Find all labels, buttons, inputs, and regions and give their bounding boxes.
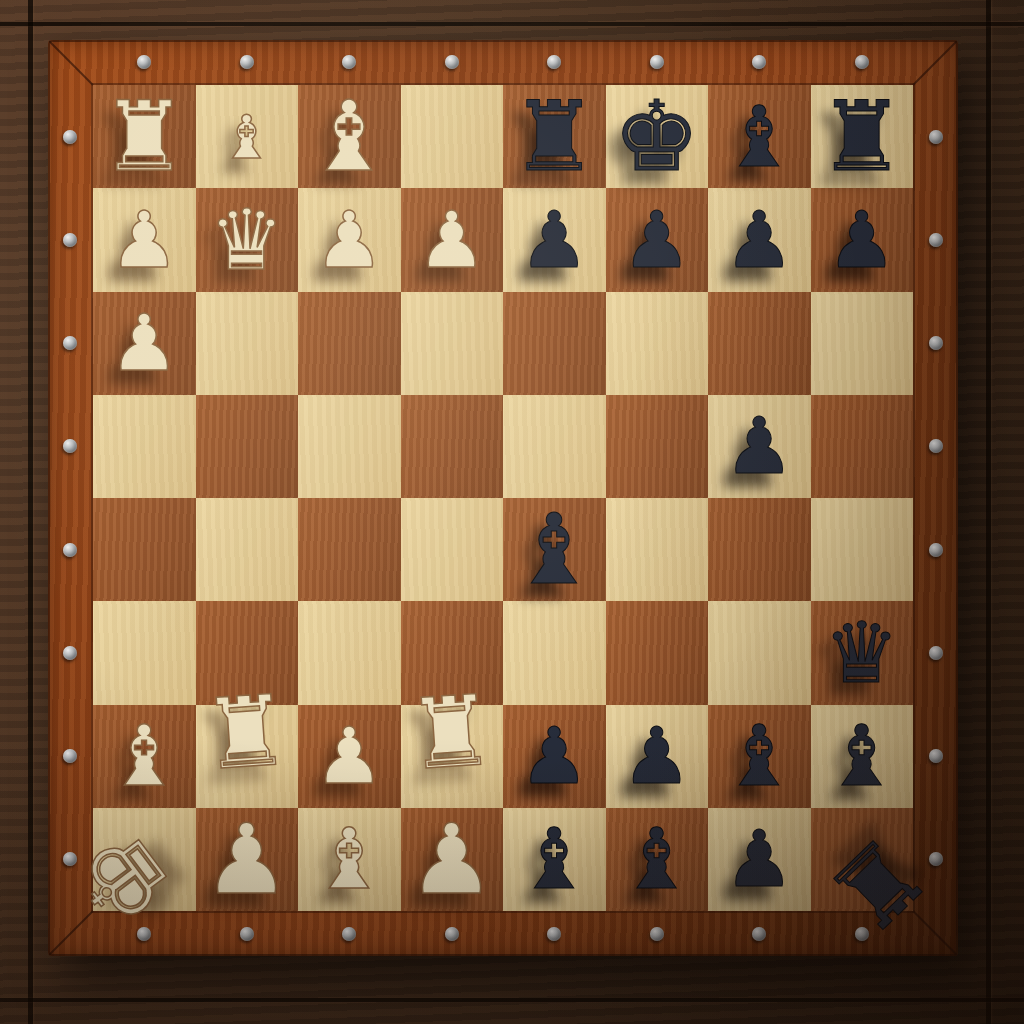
rivet-icon [929,439,943,453]
square-c8[interactable]: ♝ [298,85,401,188]
square-e8[interactable]: ♜ [503,85,606,188]
rivet-icon [342,927,356,941]
black-rook[interactable]: ♜ [812,819,942,949]
rivet-icon [342,55,356,69]
black-pawn[interactable]: ♟ [724,201,794,279]
square-a5[interactable] [93,395,196,498]
square-f8[interactable]: ♚ [606,85,709,188]
square-e4[interactable]: ♝ [503,498,606,601]
square-f6[interactable] [606,292,709,395]
square-d4[interactable] [401,498,504,601]
rivet-icon [929,130,943,144]
white-bishop[interactable]: ♝ [306,88,393,185]
black-rook[interactable]: ♜ [511,88,598,185]
rivet-icon [929,749,943,763]
rivet-icon [445,927,459,941]
white-pawn[interactable]: ♟ [408,811,495,908]
black-pawn[interactable]: ♟ [827,201,897,279]
square-h4[interactable] [811,498,914,601]
square-a1[interactable]: ♚ [93,808,196,911]
square-d6[interactable] [401,292,504,395]
square-h3[interactable]: ♛ [811,601,914,704]
black-bishop[interactable]: ♝ [511,501,598,598]
square-h8[interactable]: ♜ [811,85,914,188]
square-b4[interactable] [196,498,299,601]
rivet-icon [63,749,77,763]
rivet-icon [445,55,459,69]
white-pawn[interactable]: ♟ [314,201,384,279]
rivet-icon [650,55,664,69]
black-bishop[interactable]: ♝ [722,714,797,798]
wood-plank-seam [28,0,33,1024]
square-f4[interactable] [606,498,709,601]
chess-board[interactable]: ♜♝♝♜♚♝♜♟♛♟♟♟♟♟♟♟♟♝♛♝♜♟♜♟♟♝♝♚♟♝♟♝♝♟♜ [93,85,913,911]
rivet-icon [63,233,77,247]
square-f7[interactable]: ♟ [606,188,709,291]
square-c5[interactable] [298,395,401,498]
wood-plank-seam [986,0,991,1024]
square-d5[interactable] [401,395,504,498]
square-c4[interactable] [298,498,401,601]
square-e5[interactable] [503,395,606,498]
square-a7[interactable]: ♟ [93,188,196,291]
white-rook[interactable]: ♜ [200,681,294,784]
rivet-icon [547,55,561,69]
rivet-icon [63,439,77,453]
frame-corner-seam [48,40,93,85]
white-rook[interactable]: ♜ [405,681,499,784]
black-bishop[interactable]: ♝ [517,817,592,901]
square-c6[interactable] [298,292,401,395]
square-b5[interactable] [196,395,299,498]
square-c1[interactable]: ♝ [298,808,401,911]
black-pawn[interactable]: ♟ [622,717,692,795]
table-background: ♜♝♝♜♚♝♜♟♛♟♟♟♟♟♟♟♟♝♛♝♜♟♜♟♟♝♝♚♟♝♟♝♝♟♜ [0,0,1024,1024]
square-g4[interactable] [708,498,811,601]
black-rook[interactable]: ♜ [818,88,905,185]
black-bishop[interactable]: ♝ [619,817,694,901]
rivet-icon [240,927,254,941]
rivet-icon [137,55,151,69]
square-h7[interactable]: ♟ [811,188,914,291]
square-f1[interactable]: ♝ [606,808,709,911]
rivet-icon [929,336,943,350]
frame-corner-seam [912,40,957,85]
white-pawn[interactable]: ♟ [417,201,487,279]
rivet-icon [855,55,869,69]
square-h5[interactable] [811,395,914,498]
wood-plank-seam [0,22,1024,26]
square-c7[interactable]: ♟ [298,188,401,291]
rivet-icon [63,336,77,350]
square-g7[interactable]: ♟ [708,188,811,291]
white-pawn[interactable]: ♟ [314,717,384,795]
square-b8[interactable]: ♝ [196,85,299,188]
rivet-icon [63,646,77,660]
square-b6[interactable] [196,292,299,395]
white-bishop[interactable]: ♝ [220,107,274,167]
square-a3[interactable] [93,601,196,704]
rivet-icon [240,55,254,69]
rivet-icon [929,233,943,247]
black-pawn[interactable]: ♟ [519,201,589,279]
white-pawn[interactable]: ♟ [203,811,290,908]
square-a6[interactable]: ♟ [93,292,196,395]
black-pawn[interactable]: ♟ [622,201,692,279]
rivet-icon [752,55,766,69]
square-b7[interactable]: ♛ [196,188,299,291]
square-g6[interactable] [708,292,811,395]
rivet-icon [929,543,943,557]
rivet-icon [547,927,561,941]
white-pawn[interactable]: ♟ [109,304,179,382]
square-h1[interactable]: ♜ [811,808,914,911]
white-pawn[interactable]: ♟ [109,201,179,279]
square-a2[interactable]: ♝ [93,705,196,808]
square-g5[interactable]: ♟ [708,395,811,498]
square-d7[interactable]: ♟ [401,188,504,291]
white-bishop[interactable]: ♝ [107,714,182,798]
square-d8[interactable] [401,85,504,188]
square-f2[interactable]: ♟ [606,705,709,808]
black-bishop[interactable]: ♝ [824,714,899,798]
black-pawn[interactable]: ♟ [519,717,589,795]
square-e3[interactable] [503,601,606,704]
square-a4[interactable] [93,498,196,601]
rivet-icon [929,852,943,866]
black-queen[interactable]: ♛ [824,611,899,695]
square-a8[interactable]: ♜ [93,85,196,188]
rivet-icon [752,927,766,941]
square-d1[interactable]: ♟ [401,808,504,911]
square-b2[interactable]: ♜ [196,705,299,808]
square-e7[interactable]: ♟ [503,188,606,291]
square-g1[interactable]: ♟ [708,808,811,911]
square-f5[interactable] [606,395,709,498]
white-rook[interactable]: ♜ [101,88,188,185]
square-e6[interactable] [503,292,606,395]
square-f3[interactable] [606,601,709,704]
black-pawn[interactable]: ♟ [724,407,794,485]
square-e2[interactable]: ♟ [503,705,606,808]
rivet-icon [137,927,151,941]
black-king[interactable]: ♚ [613,88,700,185]
chess-board-frame: ♜♝♝♜♚♝♜♟♛♟♟♟♟♟♟♟♟♝♛♝♜♟♜♟♟♝♝♚♟♝♟♝♝♟♜ [48,40,958,956]
square-h6[interactable] [811,292,914,395]
square-g2[interactable]: ♝ [708,705,811,808]
white-queen[interactable]: ♛ [209,198,284,282]
square-b1[interactable]: ♟ [196,808,299,911]
square-g8[interactable]: ♝ [708,85,811,188]
square-e1[interactable]: ♝ [503,808,606,911]
square-h2[interactable]: ♝ [811,705,914,808]
black-pawn[interactable]: ♟ [724,820,794,898]
wood-plank-seam [0,998,1024,1002]
square-d2[interactable]: ♜ [401,705,504,808]
square-g3[interactable] [708,601,811,704]
rivet-icon [63,543,77,557]
black-bishop[interactable]: ♝ [722,95,797,179]
square-c3[interactable] [298,601,401,704]
rivet-icon [63,130,77,144]
rivet-icon [929,646,943,660]
rivet-icon [650,927,664,941]
square-c2[interactable]: ♟ [298,705,401,808]
white-bishop[interactable]: ♝ [312,817,387,901]
